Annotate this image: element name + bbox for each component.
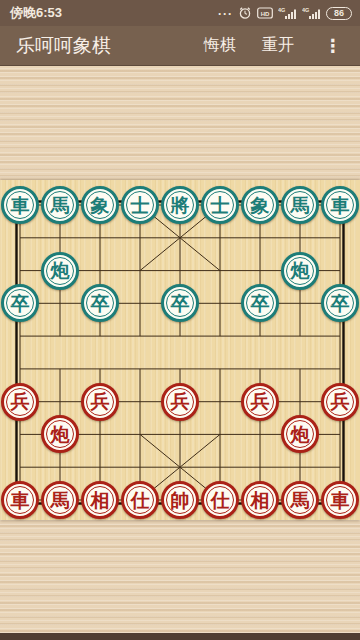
piece-character: 卒 — [246, 289, 274, 317]
piece-red-帥[interactable]: 帥 — [161, 481, 199, 519]
svg-text:4G: 4G — [302, 7, 309, 13]
piece-red-車[interactable]: 車 — [1, 481, 39, 519]
signal-4g-icon-sim1: 4G — [278, 6, 297, 20]
board[interactable]: 車馬象士將士象馬車炮炮卒卒卒卒卒兵兵兵兵兵炮炮車馬相仕帥仕相馬車 — [0, 180, 360, 520]
piece-black-炮[interactable]: 炮 — [41, 252, 79, 290]
piece-character: 卒 — [86, 289, 114, 317]
screen: 傍晚6:53 ··· HD 4G 4G — [0, 0, 360, 640]
piece-character: 相 — [246, 486, 274, 514]
piece-character: 仕 — [126, 486, 154, 514]
status-bar: 傍晚6:53 ··· HD 4G 4G — [0, 0, 360, 26]
svg-text:4G: 4G — [278, 7, 285, 13]
piece-character: 兵 — [246, 388, 274, 416]
overflow-menu-icon[interactable]: ⋮ — [320, 37, 346, 55]
piece-red-兵[interactable]: 兵 — [321, 383, 359, 421]
piece-red-兵[interactable]: 兵 — [241, 383, 279, 421]
piece-red-兵[interactable]: 兵 — [1, 383, 39, 421]
piece-character: 帥 — [166, 486, 194, 514]
svg-text:HD: HD — [261, 11, 270, 17]
piece-character: 士 — [126, 191, 154, 219]
piece-character: 相 — [86, 486, 114, 514]
piece-character: 車 — [6, 486, 34, 514]
battery-indicator: 86 — [326, 7, 352, 20]
alarm-clock-icon — [238, 6, 252, 20]
board-grid — [0, 180, 360, 520]
piece-character: 炮 — [286, 420, 314, 448]
piece-red-馬[interactable]: 馬 — [281, 481, 319, 519]
piece-black-將[interactable]: 將 — [161, 186, 199, 224]
piece-character: 象 — [246, 191, 274, 219]
bottom-nav-bar[interactable] — [0, 633, 360, 640]
piece-red-兵[interactable]: 兵 — [81, 383, 119, 421]
piece-character: 馬 — [286, 191, 314, 219]
piece-black-車[interactable]: 車 — [321, 186, 359, 224]
hd-volte-icon: HD — [257, 7, 273, 19]
piece-character: 炮 — [46, 420, 74, 448]
piece-character: 車 — [326, 191, 354, 219]
piece-red-馬[interactable]: 馬 — [41, 481, 79, 519]
piece-character: 兵 — [6, 388, 34, 416]
piece-character: 車 — [6, 191, 34, 219]
piece-red-車[interactable]: 車 — [321, 481, 359, 519]
piece-character: 象 — [86, 191, 114, 219]
restart-button[interactable]: 重开 — [262, 35, 294, 56]
undo-move-button[interactable]: 悔棋 — [204, 35, 236, 56]
status-time: 傍晚6:53 — [10, 4, 62, 22]
signal-4g-icon-sim2: 4G — [302, 6, 321, 20]
piece-character: 車 — [326, 486, 354, 514]
piece-black-馬[interactable]: 馬 — [41, 186, 79, 224]
piece-black-象[interactable]: 象 — [81, 186, 119, 224]
piece-character: 將 — [166, 191, 194, 219]
battery-percent: 86 — [334, 8, 344, 18]
piece-character: 炮 — [286, 257, 314, 285]
piece-black-炮[interactable]: 炮 — [281, 252, 319, 290]
piece-character: 馬 — [46, 191, 74, 219]
app-bar-actions: 悔棋 重开 ⋮ — [204, 35, 346, 56]
notification-dots-icon: ··· — [218, 7, 233, 21]
piece-red-仕[interactable]: 仕 — [201, 481, 239, 519]
piece-character: 士 — [206, 191, 234, 219]
piece-black-象[interactable]: 象 — [241, 186, 279, 224]
piece-red-兵[interactable]: 兵 — [161, 383, 199, 421]
piece-black-馬[interactable]: 馬 — [281, 186, 319, 224]
piece-character: 兵 — [86, 388, 114, 416]
piece-character: 卒 — [326, 289, 354, 317]
status-icons: ··· HD 4G 4G — [218, 6, 352, 20]
piece-red-相[interactable]: 相 — [241, 481, 279, 519]
piece-character: 兵 — [166, 388, 194, 416]
app-bar: 乐呵呵象棋 悔棋 重开 ⋮ — [0, 26, 360, 66]
piece-character: 卒 — [166, 289, 194, 317]
app-title: 乐呵呵象棋 — [16, 33, 204, 59]
piece-character: 卒 — [6, 289, 34, 317]
piece-black-士[interactable]: 士 — [201, 186, 239, 224]
piece-black-車[interactable]: 車 — [1, 186, 39, 224]
piece-red-相[interactable]: 相 — [81, 481, 119, 519]
piece-character: 兵 — [326, 388, 354, 416]
piece-character: 馬 — [46, 486, 74, 514]
piece-character: 仕 — [206, 486, 234, 514]
piece-character: 炮 — [46, 257, 74, 285]
piece-black-士[interactable]: 士 — [121, 186, 159, 224]
piece-red-仕[interactable]: 仕 — [121, 481, 159, 519]
piece-character: 馬 — [286, 486, 314, 514]
